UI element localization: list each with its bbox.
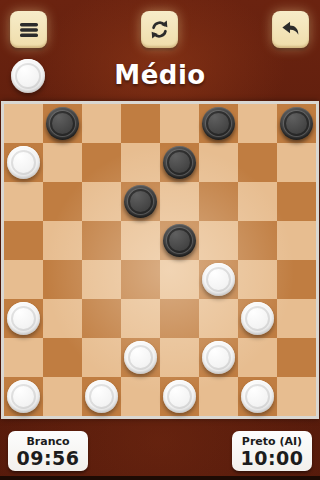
restart-button[interactable]	[141, 11, 178, 48]
board-square[interactable]	[238, 299, 277, 338]
board-square[interactable]	[160, 338, 199, 377]
board-square[interactable]	[4, 182, 43, 221]
board-square[interactable]	[277, 182, 316, 221]
board-square[interactable]	[277, 377, 316, 416]
board-square[interactable]	[160, 260, 199, 299]
board-frame	[1, 101, 319, 419]
black-piece[interactable]	[280, 107, 313, 140]
board-square[interactable]	[160, 143, 199, 182]
board-square[interactable]	[4, 377, 43, 416]
board-square[interactable]	[121, 377, 160, 416]
white-piece[interactable]	[7, 146, 40, 179]
board-square[interactable]	[82, 377, 121, 416]
white-piece[interactable]	[7, 380, 40, 413]
board-square[interactable]	[277, 104, 316, 143]
white-piece[interactable]	[124, 341, 157, 374]
board-square[interactable]	[160, 104, 199, 143]
board-square[interactable]	[238, 143, 277, 182]
board-square[interactable]	[43, 104, 82, 143]
board-square[interactable]	[199, 143, 238, 182]
refresh-icon	[148, 18, 171, 41]
board-square[interactable]	[82, 104, 121, 143]
board-square[interactable]	[199, 299, 238, 338]
board-square[interactable]	[82, 338, 121, 377]
board-square[interactable]	[121, 260, 160, 299]
white-piece[interactable]	[241, 302, 274, 335]
board-square[interactable]	[4, 338, 43, 377]
board-square[interactable]	[82, 182, 121, 221]
white-piece[interactable]	[241, 380, 274, 413]
board-square[interactable]	[160, 182, 199, 221]
white-clock: Branco 09:56	[8, 431, 88, 471]
board-square[interactable]	[277, 260, 316, 299]
board-square[interactable]	[121, 221, 160, 260]
board-square[interactable]	[43, 182, 82, 221]
hamburger-icon	[18, 19, 40, 41]
board-square[interactable]	[82, 260, 121, 299]
checkers-board	[4, 104, 316, 416]
board-square[interactable]	[121, 338, 160, 377]
board-square[interactable]	[4, 221, 43, 260]
black-piece[interactable]	[163, 146, 196, 179]
board-square[interactable]	[277, 143, 316, 182]
black-piece[interactable]	[163, 224, 196, 257]
board-square[interactable]	[277, 338, 316, 377]
board-square[interactable]	[121, 182, 160, 221]
board-square[interactable]	[199, 104, 238, 143]
white-clock-label: Branco	[26, 435, 69, 448]
board-square[interactable]	[43, 377, 82, 416]
board-square[interactable]	[238, 260, 277, 299]
white-clock-time: 09:56	[17, 448, 80, 468]
menu-button[interactable]	[10, 11, 47, 48]
board-square[interactable]	[238, 221, 277, 260]
black-clock-time: 10:00	[241, 448, 304, 468]
app-screen: Médio Branco 09:56 Preto (AI) 10:00	[0, 0, 320, 480]
bottom-strip	[0, 476, 320, 480]
turn-indicator-piece	[11, 59, 45, 93]
board-square[interactable]	[121, 104, 160, 143]
board-square[interactable]	[43, 221, 82, 260]
board-square[interactable]	[82, 143, 121, 182]
board-square[interactable]	[43, 143, 82, 182]
board-square[interactable]	[199, 221, 238, 260]
board-square[interactable]	[43, 299, 82, 338]
white-piece[interactable]	[7, 302, 40, 335]
board-square[interactable]	[43, 338, 82, 377]
board-square[interactable]	[238, 182, 277, 221]
board-square[interactable]	[82, 299, 121, 338]
board-square[interactable]	[277, 221, 316, 260]
black-clock: Preto (AI) 10:00	[232, 431, 312, 471]
black-piece[interactable]	[46, 107, 79, 140]
undo-button[interactable]	[272, 11, 309, 48]
board-square[interactable]	[160, 221, 199, 260]
white-piece[interactable]	[202, 341, 235, 374]
board-square[interactable]	[43, 260, 82, 299]
board-square[interactable]	[199, 260, 238, 299]
white-piece[interactable]	[163, 380, 196, 413]
board-square[interactable]	[4, 260, 43, 299]
board-square[interactable]	[160, 377, 199, 416]
board-square[interactable]	[82, 221, 121, 260]
board-square[interactable]	[4, 104, 43, 143]
black-clock-label: Preto (AI)	[242, 435, 302, 448]
board-square[interactable]	[199, 182, 238, 221]
board-square[interactable]	[160, 299, 199, 338]
undo-arrow-icon	[279, 18, 302, 41]
board-square[interactable]	[277, 299, 316, 338]
black-piece[interactable]	[202, 107, 235, 140]
difficulty-title: Médio	[0, 60, 320, 90]
board-square[interactable]	[199, 377, 238, 416]
board-square[interactable]	[238, 338, 277, 377]
board-square[interactable]	[238, 104, 277, 143]
board-square[interactable]	[121, 299, 160, 338]
board-square[interactable]	[238, 377, 277, 416]
board-square[interactable]	[121, 143, 160, 182]
board-square[interactable]	[4, 299, 43, 338]
white-piece[interactable]	[202, 263, 235, 296]
board-square[interactable]	[4, 143, 43, 182]
white-piece[interactable]	[85, 380, 118, 413]
board-square[interactable]	[199, 338, 238, 377]
black-piece[interactable]	[124, 185, 157, 218]
